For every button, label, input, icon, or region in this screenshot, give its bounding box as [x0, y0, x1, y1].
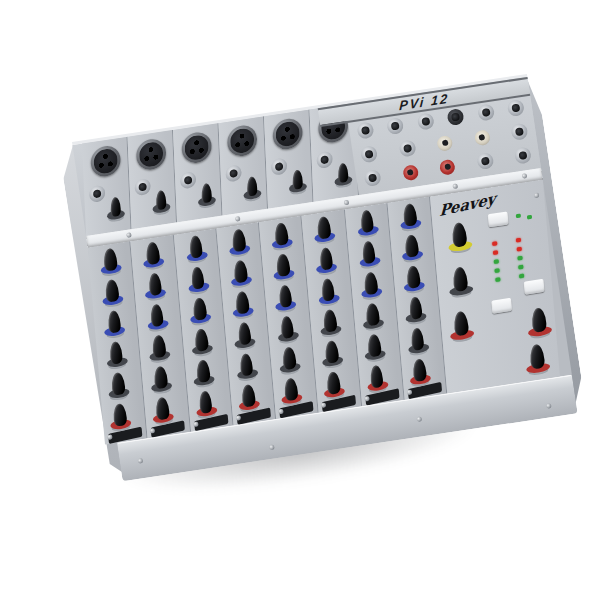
knob-cap — [233, 260, 247, 283]
channel-knob — [276, 315, 299, 345]
gain-knob — [288, 169, 307, 196]
knob-cap — [360, 209, 374, 232]
knob-cap — [405, 234, 419, 257]
quarter-inch-jack — [476, 152, 494, 170]
knob-cap — [292, 169, 304, 190]
knob-cap — [241, 384, 255, 407]
gain-knob — [334, 162, 353, 189]
quarter-inch-jack — [514, 146, 532, 164]
channel-knob — [358, 240, 381, 270]
line-input-jack — [316, 151, 333, 169]
knob-cap — [321, 278, 335, 301]
channel-knob — [406, 327, 429, 357]
knob-cap — [412, 358, 426, 381]
mic-channel-strip — [264, 110, 314, 209]
knob-cap — [410, 327, 424, 350]
channel-knob — [365, 364, 388, 394]
meter-led — [495, 277, 500, 282]
knob-cap — [156, 397, 170, 420]
knob-cap — [367, 334, 381, 357]
rca-jack-red — [439, 158, 456, 175]
channel-knob — [142, 241, 165, 271]
meter-led — [516, 238, 521, 243]
knob-cap — [337, 162, 349, 183]
knob-cap — [327, 371, 341, 394]
channel-knob — [185, 234, 208, 264]
channel-knob — [278, 346, 301, 376]
master-level-knob — [526, 306, 552, 339]
screw — [416, 416, 422, 422]
screw — [522, 173, 528, 179]
channel-knob — [402, 264, 425, 294]
knob-cap — [239, 353, 253, 376]
channel-knob — [315, 246, 338, 276]
xlr-recess — [230, 127, 255, 155]
channel-knob — [280, 377, 303, 407]
master-section: Peavey — [430, 180, 560, 393]
channel-knob — [144, 272, 167, 302]
xlr-recess — [184, 134, 209, 162]
knob-cap — [406, 265, 420, 288]
xlr-recess — [93, 147, 118, 175]
quarter-inch-jack — [356, 121, 374, 139]
meter-led — [494, 259, 499, 264]
knob-cap — [529, 344, 545, 370]
channel-knob — [317, 277, 340, 307]
knob-cap — [453, 310, 469, 336]
knob-cap — [191, 266, 205, 289]
xlr-recess — [139, 141, 164, 169]
mic-channel-strip — [128, 130, 178, 229]
line-input-jack — [180, 171, 197, 189]
channel-knob — [107, 371, 130, 401]
knob-cap — [111, 372, 125, 395]
meter-led — [494, 268, 499, 273]
master-knob — [447, 265, 473, 298]
knob-cap — [232, 229, 246, 252]
channel-knob — [274, 284, 297, 314]
knob-cap — [317, 216, 331, 239]
xlr-recess — [275, 120, 300, 148]
mic-channel-strip — [82, 137, 132, 236]
meter-led — [517, 256, 522, 261]
channel-knob — [99, 247, 122, 277]
knob-cap — [325, 340, 339, 363]
knob-cap — [107, 310, 121, 333]
knob-cap — [235, 291, 249, 314]
meter-led — [517, 247, 522, 252]
indicator-led — [516, 213, 521, 218]
knob-cap — [452, 266, 468, 292]
line-input-jack — [89, 185, 106, 203]
knob-cap — [196, 359, 210, 382]
channel-knob — [103, 309, 126, 339]
quarter-inch-jack — [386, 117, 404, 135]
knob-cap — [113, 403, 127, 426]
channel-knob — [321, 339, 344, 369]
headphone-jack — [447, 108, 465, 126]
channel-knob — [237, 383, 260, 413]
quarter-inch-jack — [510, 123, 528, 141]
knob-cap — [198, 390, 212, 413]
channel-knob — [151, 396, 174, 426]
knob-cap — [319, 247, 333, 270]
meter-led — [519, 274, 524, 279]
channel-knob — [356, 209, 379, 239]
xlr-input — [136, 137, 167, 172]
mic-channel-strip — [218, 116, 268, 215]
knob-cap — [152, 334, 166, 357]
product-photo: PVi 12 Peavey — [0, 0, 600, 600]
line-input-jack — [271, 157, 288, 175]
knob-cap — [189, 235, 203, 258]
master-knob — [446, 221, 472, 254]
channel-knob — [231, 290, 254, 320]
screw — [452, 183, 458, 189]
knob-cap — [276, 253, 290, 276]
white-button — [491, 298, 512, 314]
channel-knob — [272, 253, 295, 283]
knob-cap — [146, 241, 160, 264]
knob-cap — [366, 303, 380, 326]
knob-cap — [403, 203, 417, 226]
channel-knob — [319, 308, 342, 338]
knob-cap — [110, 196, 122, 217]
screw — [235, 216, 241, 222]
channel-knob — [148, 334, 171, 364]
knob-cap — [278, 284, 292, 307]
channel-knob — [188, 296, 211, 326]
channel-knob — [149, 365, 172, 395]
knob-cap — [155, 190, 167, 211]
channel-knob — [313, 215, 336, 245]
master-knob — [448, 310, 474, 343]
mic-channel-strip — [173, 123, 223, 222]
channel-knob — [190, 327, 213, 357]
gain-knob — [152, 189, 171, 216]
quarter-inch-jack — [477, 103, 495, 121]
line-input-jack — [225, 164, 242, 182]
screw — [138, 458, 144, 464]
knob-cap — [150, 303, 164, 326]
meter-led — [492, 241, 497, 246]
knob-cap — [109, 341, 123, 364]
quarter-inch-jack — [398, 139, 416, 157]
knob-cap — [105, 279, 119, 302]
knob-cap — [369, 365, 383, 388]
channel-knob — [361, 302, 384, 332]
knob-cap — [103, 248, 117, 271]
channel-knob — [192, 359, 215, 389]
xlr-input — [181, 130, 212, 165]
line-input-jack — [134, 178, 151, 196]
rca-jack-white — [436, 134, 453, 151]
knob-cap — [451, 222, 467, 248]
channel-knob — [194, 390, 217, 420]
knob-cap — [193, 297, 207, 320]
quarter-inch-jack — [417, 112, 435, 130]
channel-knob — [398, 202, 421, 232]
channel-knob — [360, 271, 383, 301]
channel-knob — [408, 358, 431, 388]
channel-knob — [270, 222, 293, 252]
knob-cap — [274, 222, 288, 245]
channel-knob — [101, 278, 124, 308]
channel-knob — [233, 321, 256, 351]
channel-knob — [146, 303, 169, 333]
channel-knob — [322, 370, 345, 400]
channel-knob — [400, 233, 423, 263]
indicator-led — [527, 215, 532, 220]
quarter-inch-jack — [507, 99, 525, 117]
knob-cap — [194, 328, 208, 351]
rca-jack-white — [473, 129, 490, 146]
gain-knob — [243, 175, 262, 202]
channel-knob — [105, 340, 128, 370]
channel-knob — [235, 352, 258, 382]
knob-cap — [237, 322, 251, 345]
xlr-input — [272, 117, 303, 152]
knob-cap — [364, 271, 378, 294]
screw — [126, 232, 132, 238]
screw — [269, 444, 275, 450]
channel-knob — [109, 402, 132, 432]
channel-knob — [229, 259, 252, 289]
quarter-inch-jack — [364, 169, 382, 187]
knob-cap — [246, 176, 258, 197]
gain-knob — [197, 182, 216, 209]
mixer-body: PVi 12 Peavey — [72, 74, 577, 477]
knob-cap — [408, 296, 422, 319]
channel-knob — [363, 333, 386, 363]
xlr-input — [227, 124, 258, 159]
meter-led — [518, 265, 523, 270]
quarter-inch-jack — [360, 145, 378, 163]
knob-cap — [531, 307, 547, 333]
knob-cap — [148, 272, 162, 295]
screw — [546, 403, 552, 409]
channel-knob — [404, 296, 427, 326]
knob-cap — [154, 366, 168, 389]
knob-cap — [284, 377, 298, 400]
channel-knob — [186, 265, 209, 295]
knob-cap — [280, 315, 294, 338]
meter-led — [493, 250, 498, 255]
knob-cap — [201, 183, 213, 204]
master-level-knob — [524, 343, 550, 376]
knob-cap — [282, 346, 296, 369]
channel-knob — [227, 228, 250, 258]
knob-cap — [362, 240, 376, 263]
knob-cap — [323, 309, 337, 332]
xlr-input — [90, 144, 121, 179]
rca-jack-red — [402, 164, 419, 181]
gain-knob — [106, 196, 125, 223]
white-button — [524, 279, 545, 295]
screw — [344, 200, 350, 206]
white-button — [488, 211, 509, 227]
